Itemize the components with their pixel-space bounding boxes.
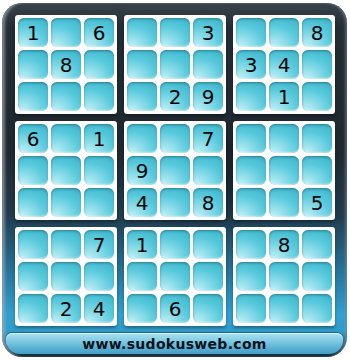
cell-r4c8[interactable] (269, 124, 299, 153)
cell-r9c8[interactable] (269, 294, 299, 323)
cell-r6c7[interactable] (236, 188, 266, 217)
cell-r9c9[interactable] (302, 294, 332, 323)
box-9: 8 (233, 227, 335, 326)
cell-r9c7[interactable] (236, 294, 266, 323)
cell-r1c3[interactable]: 6 (84, 18, 114, 47)
cell-r3c4[interactable] (127, 82, 157, 111)
cell-r9c3[interactable]: 4 (84, 294, 114, 323)
cell-r6c5[interactable] (160, 188, 190, 217)
cell-r2c2[interactable]: 8 (51, 50, 81, 79)
cell-r1c8[interactable] (269, 18, 299, 47)
cell-r3c5[interactable]: 2 (160, 82, 190, 111)
cell-r4c9[interactable] (302, 124, 332, 153)
cell-r6c8[interactable] (269, 188, 299, 217)
cell-r4c6[interactable]: 7 (193, 124, 223, 153)
cell-r8c4[interactable] (127, 262, 157, 291)
cell-r7c8[interactable]: 8 (269, 230, 299, 259)
cell-r4c4[interactable] (127, 124, 157, 153)
cell-r1c4[interactable] (127, 18, 157, 47)
cell-r5c8[interactable] (269, 156, 299, 185)
cell-r7c3[interactable]: 7 (84, 230, 114, 259)
cell-r6c6[interactable]: 8 (193, 188, 223, 217)
sudoku-board: 16832983416179485724168 (15, 15, 335, 326)
cell-r7c6[interactable] (193, 230, 223, 259)
cell-r5c9[interactable] (302, 156, 332, 185)
cell-r4c2[interactable] (51, 124, 81, 153)
cell-r7c9[interactable] (302, 230, 332, 259)
cell-r9c6[interactable] (193, 294, 223, 323)
cell-r6c2[interactable] (51, 188, 81, 217)
cell-r1c6[interactable]: 3 (193, 18, 223, 47)
cell-r1c5[interactable] (160, 18, 190, 47)
box-2: 329 (124, 15, 226, 114)
cell-r8c6[interactable] (193, 262, 223, 291)
cell-r2c8[interactable]: 4 (269, 50, 299, 79)
cell-r9c2[interactable]: 2 (51, 294, 81, 323)
cell-r6c1[interactable] (18, 188, 48, 217)
sudoku-page: 16832983416179485724168 www.sudokusweb.c… (0, 0, 350, 360)
cell-r2c7[interactable]: 3 (236, 50, 266, 79)
cell-r9c1[interactable] (18, 294, 48, 323)
cell-r9c5[interactable]: 6 (160, 294, 190, 323)
cell-r5c3[interactable] (84, 156, 114, 185)
cell-r8c9[interactable] (302, 262, 332, 291)
cell-r4c7[interactable] (236, 124, 266, 153)
cell-r2c6[interactable] (193, 50, 223, 79)
cell-r5c6[interactable] (193, 156, 223, 185)
cell-r8c3[interactable] (84, 262, 114, 291)
cell-r2c5[interactable] (160, 50, 190, 79)
cell-r1c7[interactable] (236, 18, 266, 47)
cell-r1c2[interactable] (51, 18, 81, 47)
box-8: 16 (124, 227, 226, 326)
cell-r8c8[interactable] (269, 262, 299, 291)
cell-r7c2[interactable] (51, 230, 81, 259)
box-1: 168 (15, 15, 117, 114)
cell-r2c9[interactable] (302, 50, 332, 79)
cell-r2c1[interactable] (18, 50, 48, 79)
box-7: 724 (15, 227, 117, 326)
cell-r2c3[interactable] (84, 50, 114, 79)
cell-r3c6[interactable]: 9 (193, 82, 223, 111)
cell-r7c5[interactable] (160, 230, 190, 259)
box-3: 8341 (233, 15, 335, 114)
cell-r9c4[interactable] (127, 294, 157, 323)
cell-r1c9[interactable]: 8 (302, 18, 332, 47)
cell-r5c2[interactable] (51, 156, 81, 185)
cell-r6c3[interactable] (84, 188, 114, 217)
cell-r3c8[interactable]: 1 (269, 82, 299, 111)
cell-r5c5[interactable] (160, 156, 190, 185)
cell-r8c1[interactable] (18, 262, 48, 291)
box-5: 7948 (124, 121, 226, 220)
cell-r3c2[interactable] (51, 82, 81, 111)
cell-r5c4[interactable]: 9 (127, 156, 157, 185)
cell-r7c1[interactable] (18, 230, 48, 259)
cell-r2c4[interactable] (127, 50, 157, 79)
cell-r7c7[interactable] (236, 230, 266, 259)
box-6: 5 (233, 121, 335, 220)
cell-r3c3[interactable] (84, 82, 114, 111)
footer-bar: www.sudokusweb.com (6, 333, 343, 354)
cell-r4c3[interactable]: 1 (84, 124, 114, 153)
cell-r1c1[interactable]: 1 (18, 18, 48, 47)
cell-r3c9[interactable] (302, 82, 332, 111)
cell-r7c4[interactable]: 1 (127, 230, 157, 259)
cell-r6c9[interactable]: 5 (302, 188, 332, 217)
cell-r3c7[interactable] (236, 82, 266, 111)
cell-r3c1[interactable] (18, 82, 48, 111)
cell-r4c1[interactable]: 6 (18, 124, 48, 153)
cell-r4c5[interactable] (160, 124, 190, 153)
cell-r5c1[interactable] (18, 156, 48, 185)
board-frame: 16832983416179485724168 www.sudokusweb.c… (2, 3, 347, 357)
cell-r5c7[interactable] (236, 156, 266, 185)
box-4: 61 (15, 121, 117, 220)
cell-r6c4[interactable]: 4 (127, 188, 157, 217)
cell-r8c7[interactable] (236, 262, 266, 291)
cell-r8c2[interactable] (51, 262, 81, 291)
site-url: www.sudokusweb.com (82, 336, 266, 352)
cell-r8c5[interactable] (160, 262, 190, 291)
